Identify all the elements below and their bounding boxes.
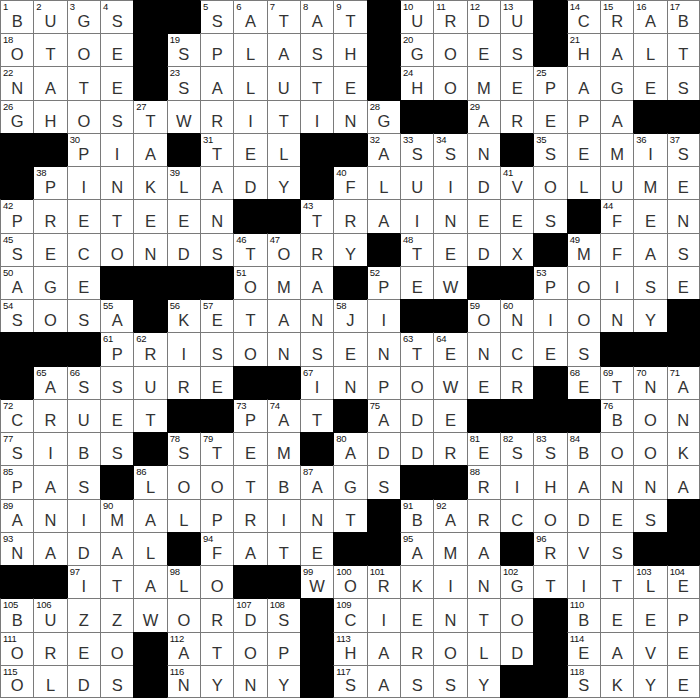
cell-r8c19[interactable]: F: [600, 233, 633, 266]
cell-r7c7[interactable]: N: [200, 199, 233, 232]
cell-r20c11[interactable]: 113H: [333, 632, 366, 665]
cell-r12c6[interactable]: R: [167, 366, 200, 399]
cell-r16c7[interactable]: P: [200, 499, 233, 532]
cell-r15c21[interactable]: A: [667, 465, 700, 498]
cell-r12c14[interactable]: W: [433, 366, 466, 399]
cell-r9c9[interactable]: M: [267, 266, 300, 299]
cell-r20c16[interactable]: D: [500, 632, 533, 665]
cell-r21c4[interactable]: S: [100, 665, 133, 698]
cell-r8c4[interactable]: O: [100, 233, 133, 266]
cell-r1c7[interactable]: 5S: [200, 0, 233, 33]
cell-r9c8[interactable]: 51O: [233, 266, 266, 299]
cell-r7c10[interactable]: 43T: [300, 199, 333, 232]
cell-r12c16[interactable]: R: [500, 366, 533, 399]
cell-r20c8[interactable]: O: [233, 632, 266, 665]
cell-r13c3[interactable]: U: [67, 399, 100, 432]
cell-r18c14[interactable]: I: [433, 565, 466, 598]
cell-r8c6[interactable]: D: [167, 233, 200, 266]
cell-r3c16[interactable]: E: [500, 66, 533, 99]
cell-r1c21[interactable]: 17B: [667, 0, 700, 33]
cell-r18c12[interactable]: 101R: [367, 565, 400, 598]
cell-r14c6[interactable]: 78S: [167, 432, 200, 465]
cell-r4c16[interactable]: R: [500, 100, 533, 133]
cell-r3c3[interactable]: T: [67, 66, 100, 99]
cell-r21c6[interactable]: 116N: [167, 665, 200, 698]
cell-r13c19[interactable]: 76B: [600, 399, 633, 432]
cell-r6c14[interactable]: I: [433, 166, 466, 199]
cell-r2c11[interactable]: H: [333, 33, 366, 66]
cell-r4c18[interactable]: P: [567, 100, 600, 133]
cell-r17c14[interactable]: M: [433, 532, 466, 565]
cell-r4c8[interactable]: I: [233, 100, 266, 133]
cell-r14c19[interactable]: O: [600, 432, 633, 465]
cell-r6c19[interactable]: U: [600, 166, 633, 199]
cell-r11c8[interactable]: O: [233, 332, 266, 365]
cell-r21c2[interactable]: L: [33, 665, 66, 698]
cell-r2c7[interactable]: P: [200, 33, 233, 66]
cell-r5c7[interactable]: 31T: [200, 133, 233, 166]
cell-r14c15[interactable]: 81E: [467, 432, 500, 465]
cell-r10c17[interactable]: I: [533, 299, 566, 332]
cell-r2c2[interactable]: T: [33, 33, 66, 66]
cell-r1c20[interactable]: 16A: [633, 0, 666, 33]
cell-r13c13[interactable]: D: [400, 399, 433, 432]
cell-r4c6[interactable]: W: [167, 100, 200, 133]
cell-r1c19[interactable]: 15R: [600, 0, 633, 33]
cell-r5c15[interactable]: N: [467, 133, 500, 166]
cell-r11c13[interactable]: 63T: [400, 332, 433, 365]
cell-r15c19[interactable]: N: [600, 465, 633, 498]
cell-r7c11[interactable]: R: [333, 199, 366, 232]
cell-r18c6[interactable]: 98L: [167, 565, 200, 598]
cell-r16c18[interactable]: D: [567, 499, 600, 532]
cell-r21c1[interactable]: 115O: [0, 665, 33, 698]
cell-r20c7[interactable]: T: [200, 632, 233, 665]
cell-r21c21[interactable]: E: [667, 665, 700, 698]
cell-r1c15[interactable]: 12D: [467, 0, 500, 33]
cell-r2c9[interactable]: A: [267, 33, 300, 66]
cell-r15c16[interactable]: I: [500, 465, 533, 498]
cell-r16c8[interactable]: R: [233, 499, 266, 532]
cell-r7c17[interactable]: S: [533, 199, 566, 232]
cell-r20c20[interactable]: V: [633, 632, 666, 665]
cell-r13c4[interactable]: E: [100, 399, 133, 432]
cell-r21c3[interactable]: D: [67, 665, 100, 698]
cell-r5c3[interactable]: 30P: [67, 133, 100, 166]
cell-r17c8[interactable]: A: [233, 532, 266, 565]
cell-r1c14[interactable]: 11R: [433, 0, 466, 33]
cell-r19c9[interactable]: 108S: [267, 598, 300, 631]
cell-r13c2[interactable]: R: [33, 399, 66, 432]
cell-r4c19[interactable]: A: [600, 100, 633, 133]
cell-r16c1[interactable]: 89A: [0, 499, 33, 532]
cell-r8c8[interactable]: 46T: [233, 233, 266, 266]
cell-r13c9[interactable]: 74A: [267, 399, 300, 432]
cell-r16c6[interactable]: L: [167, 499, 200, 532]
cell-r4c10[interactable]: I: [300, 100, 333, 133]
cell-r3c14[interactable]: O: [433, 66, 466, 99]
cell-r10c20[interactable]: Y: [633, 299, 666, 332]
cell-r15c20[interactable]: N: [633, 465, 666, 498]
cell-r18c15[interactable]: N: [467, 565, 500, 598]
cell-r6c7[interactable]: A: [200, 166, 233, 199]
cell-r20c3[interactable]: E: [67, 632, 100, 665]
cell-r9c17[interactable]: 53P: [533, 266, 566, 299]
cell-r7c16[interactable]: E: [500, 199, 533, 232]
cell-r17c4[interactable]: A: [100, 532, 133, 565]
cell-r14c20[interactable]: O: [633, 432, 666, 465]
cell-r11c14[interactable]: 64E: [433, 332, 466, 365]
cell-r14c1[interactable]: 77S: [0, 432, 33, 465]
cell-r5c13[interactable]: 33S: [400, 133, 433, 166]
cell-r9c19[interactable]: I: [600, 266, 633, 299]
cell-r20c15[interactable]: L: [467, 632, 500, 665]
cell-r6c13[interactable]: U: [400, 166, 433, 199]
cell-r6c17[interactable]: O: [533, 166, 566, 199]
cell-r18c4[interactable]: T: [100, 565, 133, 598]
cell-r13c12[interactable]: 75A: [367, 399, 400, 432]
cell-r17c13[interactable]: 95A: [400, 532, 433, 565]
cell-r8c10[interactable]: R: [300, 233, 333, 266]
cell-r20c14[interactable]: O: [433, 632, 466, 665]
cell-r5c9[interactable]: L: [267, 133, 300, 166]
cell-r7c15[interactable]: E: [467, 199, 500, 232]
cell-r18c18[interactable]: I: [567, 565, 600, 598]
cell-r20c18[interactable]: 114E: [567, 632, 600, 665]
cell-r9c21[interactable]: E: [667, 266, 700, 299]
cell-r12c11[interactable]: N: [333, 366, 366, 399]
cell-r14c4[interactable]: S: [100, 432, 133, 465]
cell-r7c2[interactable]: R: [33, 199, 66, 232]
cell-r9c3[interactable]: E: [67, 266, 100, 299]
cell-r2c3[interactable]: O: [67, 33, 100, 66]
cell-r17c2[interactable]: A: [33, 532, 66, 565]
cell-r12c20[interactable]: 70N: [633, 366, 666, 399]
cell-r14c12[interactable]: D: [367, 432, 400, 465]
cell-r4c5[interactable]: 27T: [133, 100, 166, 133]
cell-r10c12[interactable]: I: [367, 299, 400, 332]
cell-r20c2[interactable]: R: [33, 632, 66, 665]
cell-r15c8[interactable]: T: [233, 465, 266, 498]
cell-r11c4[interactable]: 61P: [100, 332, 133, 365]
cell-r17c7[interactable]: 94F: [200, 532, 233, 565]
cell-r14c21[interactable]: K: [667, 432, 700, 465]
cell-r19c18[interactable]: 110B: [567, 598, 600, 631]
cell-r2c10[interactable]: S: [300, 33, 333, 66]
cell-r11c16[interactable]: C: [500, 332, 533, 365]
cell-r7c14[interactable]: N: [433, 199, 466, 232]
cell-r16c16[interactable]: C: [500, 499, 533, 532]
cell-r3c2[interactable]: A: [33, 66, 66, 99]
cell-r5c20[interactable]: 36I: [633, 133, 666, 166]
cell-r12c5[interactable]: U: [133, 366, 166, 399]
cell-r15c11[interactable]: G: [333, 465, 366, 498]
cell-r21c9[interactable]: Y: [267, 665, 300, 698]
cell-r14c16[interactable]: 82S: [500, 432, 533, 465]
cell-r2c13[interactable]: 20G: [400, 33, 433, 66]
cell-r18c16[interactable]: 102G: [500, 565, 533, 598]
cell-r7c5[interactable]: E: [133, 199, 166, 232]
cell-r16c20[interactable]: S: [633, 499, 666, 532]
cell-r19c4[interactable]: Z: [100, 598, 133, 631]
cell-r16c15[interactable]: R: [467, 499, 500, 532]
cell-r16c3[interactable]: I: [67, 499, 100, 532]
cell-r10c11[interactable]: 58J: [333, 299, 366, 332]
cell-r17c10[interactable]: E: [300, 532, 333, 565]
cell-r8c13[interactable]: 48T: [400, 233, 433, 266]
cell-r7c4[interactable]: T: [100, 199, 133, 232]
cell-r9c1[interactable]: 50A: [0, 266, 33, 299]
cell-r10c19[interactable]: N: [600, 299, 633, 332]
cell-r16c4[interactable]: 90M: [100, 499, 133, 532]
cell-r14c18[interactable]: 84B: [567, 432, 600, 465]
cell-r9c20[interactable]: S: [633, 266, 666, 299]
cell-r10c6[interactable]: 56K: [167, 299, 200, 332]
cell-r4c7[interactable]: R: [200, 100, 233, 133]
cell-r2c18[interactable]: 21H: [567, 33, 600, 66]
cell-r11c6[interactable]: I: [167, 332, 200, 365]
cell-r9c18[interactable]: O: [567, 266, 600, 299]
cell-r8c2[interactable]: E: [33, 233, 66, 266]
cell-r3c9[interactable]: U: [267, 66, 300, 99]
cell-r4c17[interactable]: E: [533, 100, 566, 133]
cell-r3c8[interactable]: L: [233, 66, 266, 99]
cell-r20c1[interactable]: 111O: [0, 632, 33, 665]
cell-r21c20[interactable]: Y: [633, 665, 666, 698]
cell-r7c21[interactable]: N: [667, 199, 700, 232]
cell-r16c10[interactable]: N: [300, 499, 333, 532]
cell-r8c1[interactable]: 45S: [0, 233, 33, 266]
cell-r4c2[interactable]: H: [33, 100, 66, 133]
cell-r18c21[interactable]: 104E: [667, 565, 700, 598]
cell-r13c8[interactable]: 73P: [233, 399, 266, 432]
cell-r6c8[interactable]: D: [233, 166, 266, 199]
cell-r10c9[interactable]: A: [267, 299, 300, 332]
cell-r10c4[interactable]: 55A: [100, 299, 133, 332]
cell-r1c9[interactable]: 7T: [267, 0, 300, 33]
cell-r5c19[interactable]: M: [600, 133, 633, 166]
cell-r6c3[interactable]: I: [67, 166, 100, 199]
cell-r11c7[interactable]: S: [200, 332, 233, 365]
cell-r9c13[interactable]: E: [400, 266, 433, 299]
cell-r16c17[interactable]: O: [533, 499, 566, 532]
cell-r6c18[interactable]: L: [567, 166, 600, 199]
cell-r15c18[interactable]: A: [567, 465, 600, 498]
cell-r1c2[interactable]: 2U: [33, 0, 66, 33]
cell-r12c3[interactable]: 66S: [67, 366, 100, 399]
cell-r5c17[interactable]: 35S: [533, 133, 566, 166]
cell-r5c5[interactable]: A: [133, 133, 166, 166]
cell-r5c4[interactable]: I: [100, 133, 133, 166]
cell-r15c10[interactable]: 87A: [300, 465, 333, 498]
cell-r6c21[interactable]: E: [667, 166, 700, 199]
cell-r6c6[interactable]: 39L: [167, 166, 200, 199]
cell-r3c19[interactable]: G: [600, 66, 633, 99]
cell-r9c12[interactable]: 52P: [367, 266, 400, 299]
cell-r20c6[interactable]: 112A: [167, 632, 200, 665]
cell-r14c9[interactable]: M: [267, 432, 300, 465]
cell-r12c13[interactable]: O: [400, 366, 433, 399]
cell-r4c4[interactable]: S: [100, 100, 133, 133]
cell-r2c4[interactable]: E: [100, 33, 133, 66]
cell-r1c1[interactable]: 1B: [0, 0, 33, 33]
cell-r5c21[interactable]: 37S: [667, 133, 700, 166]
cell-r17c9[interactable]: T: [267, 532, 300, 565]
cell-r15c5[interactable]: 86L: [133, 465, 166, 498]
cell-r4c11[interactable]: N: [333, 100, 366, 133]
cell-r11c12[interactable]: N: [367, 332, 400, 365]
cell-r18c19[interactable]: T: [600, 565, 633, 598]
cell-r12c12[interactable]: P: [367, 366, 400, 399]
cell-r3c1[interactable]: 22N: [0, 66, 33, 99]
cell-r19c11[interactable]: 109C: [333, 598, 366, 631]
cell-r19c6[interactable]: O: [167, 598, 200, 631]
cell-r11c15[interactable]: N: [467, 332, 500, 365]
cell-r14c14[interactable]: R: [433, 432, 466, 465]
cell-r7c13[interactable]: I: [400, 199, 433, 232]
cell-r17c18[interactable]: V: [567, 532, 600, 565]
cell-r10c16[interactable]: 60N: [500, 299, 533, 332]
cell-r14c11[interactable]: 80A: [333, 432, 366, 465]
cell-r20c13[interactable]: R: [400, 632, 433, 665]
cell-r12c21[interactable]: 71A: [667, 366, 700, 399]
cell-r19c2[interactable]: 106U: [33, 598, 66, 631]
cell-r3c6[interactable]: 23S: [167, 66, 200, 99]
cell-r10c8[interactable]: T: [233, 299, 266, 332]
cell-r21c14[interactable]: S: [433, 665, 466, 698]
cell-r15c9[interactable]: B: [267, 465, 300, 498]
cell-r3c21[interactable]: S: [667, 66, 700, 99]
cell-r9c14[interactable]: W: [433, 266, 466, 299]
cell-r7c3[interactable]: E: [67, 199, 100, 232]
cell-r14c3[interactable]: B: [67, 432, 100, 465]
cell-r19c16[interactable]: O: [500, 598, 533, 631]
cell-r18c3[interactable]: 97I: [67, 565, 100, 598]
cell-r1c10[interactable]: 8A: [300, 0, 333, 33]
cell-r19c13[interactable]: E: [400, 598, 433, 631]
cell-r1c13[interactable]: 10U: [400, 0, 433, 33]
cell-r2c20[interactable]: L: [633, 33, 666, 66]
cell-r9c10[interactable]: A: [300, 266, 333, 299]
cell-r15c15[interactable]: 88R: [467, 465, 500, 498]
cell-r3c11[interactable]: E: [333, 66, 366, 99]
cell-r20c21[interactable]: E: [667, 632, 700, 665]
cell-r18c13[interactable]: K: [400, 565, 433, 598]
cell-r19c1[interactable]: 105B: [0, 598, 33, 631]
cell-r12c19[interactable]: 69T: [600, 366, 633, 399]
cell-r8c21[interactable]: S: [667, 233, 700, 266]
cell-r19c8[interactable]: 107D: [233, 598, 266, 631]
cell-r11c17[interactable]: E: [533, 332, 566, 365]
cell-r17c17[interactable]: 96R: [533, 532, 566, 565]
cell-r5c12[interactable]: 32A: [367, 133, 400, 166]
cell-r2c15[interactable]: E: [467, 33, 500, 66]
cell-r14c13[interactable]: D: [400, 432, 433, 465]
cell-r17c15[interactable]: A: [467, 532, 500, 565]
cell-r21c11[interactable]: 117S: [333, 665, 366, 698]
cell-r21c19[interactable]: K: [600, 665, 633, 698]
cell-r14c7[interactable]: 79T: [200, 432, 233, 465]
cell-r6c9[interactable]: Y: [267, 166, 300, 199]
cell-r10c15[interactable]: 59O: [467, 299, 500, 332]
cell-r9c2[interactable]: G: [33, 266, 66, 299]
cell-r18c20[interactable]: 103L: [633, 565, 666, 598]
cell-r12c7[interactable]: E: [200, 366, 233, 399]
cell-r1c16[interactable]: 13U: [500, 0, 533, 33]
cell-r2c14[interactable]: O: [433, 33, 466, 66]
cell-r3c20[interactable]: E: [633, 66, 666, 99]
cell-r7c12[interactable]: A: [367, 199, 400, 232]
cell-r10c1[interactable]: 54S: [0, 299, 33, 332]
cell-r11c18[interactable]: S: [567, 332, 600, 365]
cell-r5c18[interactable]: E: [567, 133, 600, 166]
cell-r8c7[interactable]: S: [200, 233, 233, 266]
cell-r14c2[interactable]: I: [33, 432, 66, 465]
cell-r16c5[interactable]: A: [133, 499, 166, 532]
cell-r6c16[interactable]: 41V: [500, 166, 533, 199]
cell-r8c18[interactable]: 49M: [567, 233, 600, 266]
cell-r10c18[interactable]: O: [567, 299, 600, 332]
cell-r5c14[interactable]: 34S: [433, 133, 466, 166]
cell-r12c4[interactable]: S: [100, 366, 133, 399]
cell-r15c12[interactable]: S: [367, 465, 400, 498]
cell-r3c15[interactable]: M: [467, 66, 500, 99]
cell-r7c19[interactable]: 44F: [600, 199, 633, 232]
cell-r8c9[interactable]: 47O: [267, 233, 300, 266]
cell-r19c5[interactable]: W: [133, 598, 166, 631]
cell-r11c11[interactable]: E: [333, 332, 366, 365]
cell-r19c15[interactable]: T: [467, 598, 500, 631]
cell-r4c9[interactable]: T: [267, 100, 300, 133]
cell-r15c17[interactable]: H: [533, 465, 566, 498]
cell-r3c4[interactable]: E: [100, 66, 133, 99]
cell-r4c15[interactable]: 29A: [467, 100, 500, 133]
cell-r6c4[interactable]: N: [100, 166, 133, 199]
cell-r19c14[interactable]: N: [433, 598, 466, 631]
cell-r6c5[interactable]: K: [133, 166, 166, 199]
cell-r21c12[interactable]: A: [367, 665, 400, 698]
cell-r3c10[interactable]: T: [300, 66, 333, 99]
cell-r19c12[interactable]: I: [367, 598, 400, 631]
cell-r21c18[interactable]: 118S: [567, 665, 600, 698]
cell-r17c1[interactable]: 93N: [0, 532, 33, 565]
cell-r4c12[interactable]: 28G: [367, 100, 400, 133]
cell-r18c7[interactable]: O: [200, 565, 233, 598]
cell-r2c6[interactable]: 19S: [167, 33, 200, 66]
cell-r8c14[interactable]: E: [433, 233, 466, 266]
cell-r13c1[interactable]: 72C: [0, 399, 33, 432]
cell-r21c15[interactable]: Y: [467, 665, 500, 698]
cell-r2c1[interactable]: 18O: [0, 33, 33, 66]
cell-r1c4[interactable]: 4S: [100, 0, 133, 33]
cell-r6c20[interactable]: M: [633, 166, 666, 199]
cell-r15c2[interactable]: A: [33, 465, 66, 498]
cell-r13c5[interactable]: T: [133, 399, 166, 432]
cell-r13c10[interactable]: T: [300, 399, 333, 432]
cell-r8c11[interactable]: Y: [333, 233, 366, 266]
cell-r20c9[interactable]: P: [267, 632, 300, 665]
cell-r2c21[interactable]: T: [667, 33, 700, 66]
cell-r20c12[interactable]: A: [367, 632, 400, 665]
cell-r13c14[interactable]: E: [433, 399, 466, 432]
cell-r21c7[interactable]: Y: [200, 665, 233, 698]
cell-r20c4[interactable]: O: [100, 632, 133, 665]
cell-r8c16[interactable]: X: [500, 233, 533, 266]
cell-r17c3[interactable]: D: [67, 532, 100, 565]
cell-r5c8[interactable]: E: [233, 133, 266, 166]
cell-r3c18[interactable]: A: [567, 66, 600, 99]
cell-r18c11[interactable]: 100O: [333, 565, 366, 598]
